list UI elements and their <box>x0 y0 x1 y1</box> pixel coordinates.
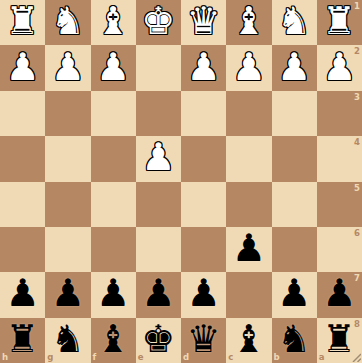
black-pawn-c6[interactable]: ♟ <box>232 229 266 267</box>
square-d1[interactable]: ♛ <box>181 0 226 45</box>
square-e5[interactable] <box>136 182 181 227</box>
square-f2[interactable]: ♟ <box>91 45 136 90</box>
square-g6[interactable] <box>45 227 90 272</box>
black-knight-g8[interactable]: ♞ <box>51 320 85 358</box>
square-d6[interactable] <box>181 227 226 272</box>
square-c1[interactable]: ♝ <box>226 0 271 45</box>
square-b6[interactable] <box>272 227 317 272</box>
square-d8[interactable]: d♛ <box>181 318 226 363</box>
square-a5[interactable]: 5 <box>317 182 362 227</box>
black-king-e8[interactable]: ♚ <box>141 320 175 358</box>
square-b5[interactable] <box>272 182 317 227</box>
white-pawn-f2[interactable]: ♟ <box>96 48 130 86</box>
black-pawn-h7[interactable]: ♟ <box>6 274 40 312</box>
square-b3[interactable] <box>272 91 317 136</box>
square-b4[interactable] <box>272 136 317 181</box>
rank-label-4: 4 <box>354 138 360 147</box>
square-e4[interactable]: ♟ <box>136 136 181 181</box>
square-f8[interactable]: f♝ <box>91 318 136 363</box>
square-e1[interactable]: ♚ <box>136 0 181 45</box>
square-b2[interactable]: ♟ <box>272 45 317 90</box>
black-rook-h8[interactable]: ♜ <box>6 320 40 358</box>
square-g4[interactable] <box>45 136 90 181</box>
square-b1[interactable]: ♞ <box>272 0 317 45</box>
rank-label-5: 5 <box>354 184 360 193</box>
white-pawn-h2[interactable]: ♟ <box>6 48 40 86</box>
white-queen-d1[interactable]: ♛ <box>187 2 221 40</box>
square-e7[interactable]: ♟ <box>136 272 181 317</box>
square-b8[interactable]: b♞ <box>272 318 317 363</box>
white-knight-b1[interactable]: ♞ <box>277 2 311 40</box>
white-pawn-d2[interactable]: ♟ <box>187 48 221 86</box>
black-pawn-e7[interactable]: ♟ <box>141 274 175 312</box>
square-g2[interactable]: ♟ <box>45 45 90 90</box>
square-a1[interactable]: 1♜ <box>317 0 362 45</box>
square-a2[interactable]: 2♟ <box>317 45 362 90</box>
square-d5[interactable] <box>181 182 226 227</box>
square-f4[interactable] <box>91 136 136 181</box>
square-a3[interactable]: 3 <box>317 91 362 136</box>
square-h2[interactable]: ♟ <box>0 45 45 90</box>
black-queen-d8[interactable]: ♛ <box>187 320 221 358</box>
white-pawn-b2[interactable]: ♟ <box>277 48 311 86</box>
square-g3[interactable] <box>45 91 90 136</box>
square-h8[interactable]: h♜ <box>0 318 45 363</box>
square-e2[interactable] <box>136 45 181 90</box>
square-d2[interactable]: ♟ <box>181 45 226 90</box>
square-f3[interactable] <box>91 91 136 136</box>
square-c2[interactable]: ♟ <box>226 45 271 90</box>
rank-label-3: 3 <box>354 93 360 102</box>
square-h3[interactable] <box>0 91 45 136</box>
white-knight-g1[interactable]: ♞ <box>51 2 85 40</box>
square-c7[interactable] <box>226 272 271 317</box>
black-pawn-f7[interactable]: ♟ <box>96 274 130 312</box>
white-bishop-c1[interactable]: ♝ <box>232 2 266 40</box>
white-king-e1[interactable]: ♚ <box>141 2 175 40</box>
square-c5[interactable] <box>226 182 271 227</box>
square-d3[interactable] <box>181 91 226 136</box>
square-h7[interactable]: ♟ <box>0 272 45 317</box>
black-pawn-d7[interactable]: ♟ <box>187 274 221 312</box>
square-e8[interactable]: e♚ <box>136 318 181 363</box>
square-c4[interactable] <box>226 136 271 181</box>
square-e6[interactable] <box>136 227 181 272</box>
white-pawn-g2[interactable]: ♟ <box>51 48 85 86</box>
square-c8[interactable]: c♝ <box>226 318 271 363</box>
square-a7[interactable]: 7♟ <box>317 272 362 317</box>
square-g7[interactable]: ♟ <box>45 272 90 317</box>
square-e3[interactable] <box>136 91 181 136</box>
square-c3[interactable] <box>226 91 271 136</box>
square-h6[interactable] <box>0 227 45 272</box>
rank-label-6: 6 <box>354 229 360 238</box>
square-a4[interactable]: 4 <box>317 136 362 181</box>
chess-board-container: ♜♞♝♚♛♝♞1♜♟♟♟♟♟♟2♟3♟45♟6♟♟♟♟♟♟7♟h♜g♞f♝e♚d… <box>0 0 362 363</box>
square-d4[interactable] <box>181 136 226 181</box>
square-h5[interactable] <box>0 182 45 227</box>
square-b7[interactable]: ♟ <box>272 272 317 317</box>
white-pawn-e4[interactable]: ♟ <box>141 138 175 176</box>
square-h1[interactable]: ♜ <box>0 0 45 45</box>
white-bishop-f1[interactable]: ♝ <box>96 2 130 40</box>
black-pawn-a7[interactable]: ♟ <box>322 274 356 312</box>
black-bishop-c8[interactable]: ♝ <box>232 320 266 358</box>
white-rook-a1[interactable]: ♜ <box>322 2 356 40</box>
black-knight-b8[interactable]: ♞ <box>277 320 311 358</box>
resize-grip-icon[interactable] <box>350 351 361 362</box>
square-f5[interactable] <box>91 182 136 227</box>
square-a6[interactable]: 6 <box>317 227 362 272</box>
black-pawn-g7[interactable]: ♟ <box>51 274 85 312</box>
square-f1[interactable]: ♝ <box>91 0 136 45</box>
square-g1[interactable]: ♞ <box>45 0 90 45</box>
white-rook-h1[interactable]: ♜ <box>6 2 40 40</box>
square-g5[interactable] <box>45 182 90 227</box>
square-h4[interactable] <box>0 136 45 181</box>
square-f7[interactable]: ♟ <box>91 272 136 317</box>
chess-board: ♜♞♝♚♛♝♞1♜♟♟♟♟♟♟2♟3♟45♟6♟♟♟♟♟♟7♟h♜g♞f♝e♚d… <box>0 0 362 363</box>
square-g8[interactable]: g♞ <box>45 318 90 363</box>
black-bishop-f8[interactable]: ♝ <box>96 320 130 358</box>
square-f6[interactable] <box>91 227 136 272</box>
square-c6[interactable]: ♟ <box>226 227 271 272</box>
square-d7[interactable]: ♟ <box>181 272 226 317</box>
black-pawn-b7[interactable]: ♟ <box>277 274 311 312</box>
white-pawn-c2[interactable]: ♟ <box>232 48 266 86</box>
white-pawn-a2[interactable]: ♟ <box>322 48 356 86</box>
